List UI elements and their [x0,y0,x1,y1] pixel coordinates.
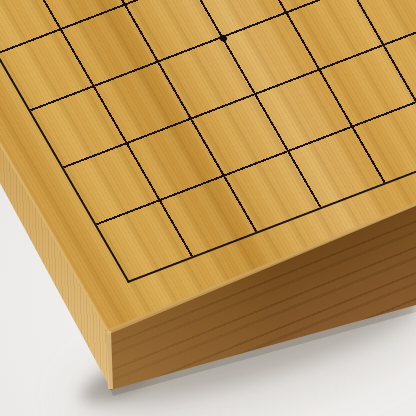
star-point-hoshi-icon [218,34,228,43]
goban-product-photo [0,0,416,416]
